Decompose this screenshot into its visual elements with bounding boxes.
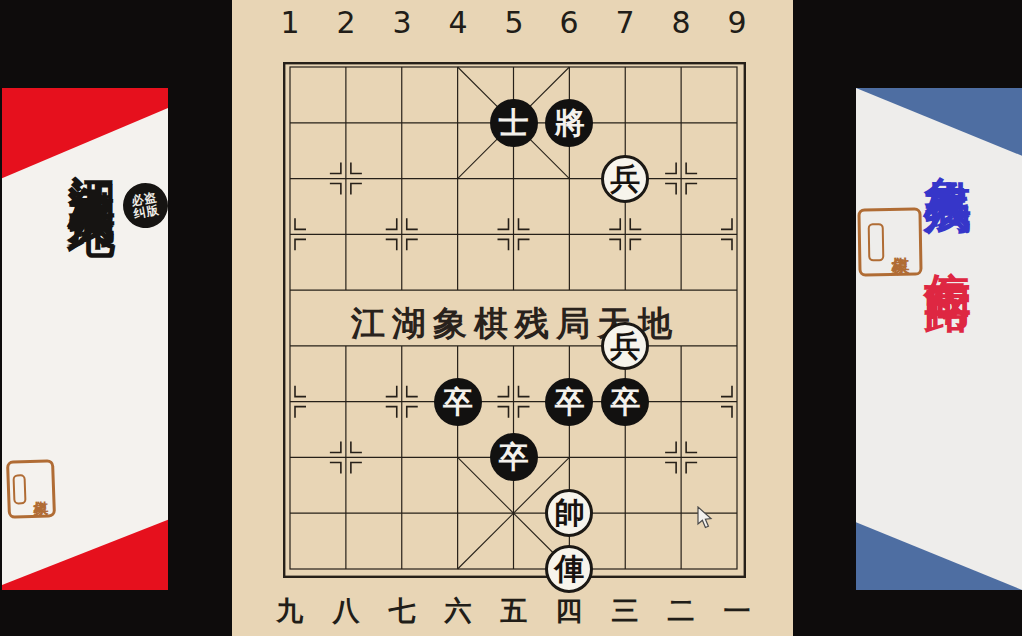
seal-text-line: 纠版 bbox=[133, 203, 161, 220]
right-banner: 象棋残局 停车问路 象棋 bbox=[856, 88, 1022, 590]
top-file-label: 9 bbox=[727, 5, 746, 40]
xiangqi-board[interactable]: 江湖象棋残局天地 士將兵兵卒卒卒卒帥俥 bbox=[283, 62, 746, 578]
black-general-piece[interactable]: 將 bbox=[545, 99, 593, 147]
right-banner-title: 象棋残局 停车问路 bbox=[917, 138, 980, 254]
bottom-file-label: 八 bbox=[333, 593, 360, 629]
seal-piece-icon bbox=[12, 474, 26, 504]
bottom-file-label: 三 bbox=[612, 593, 639, 629]
top-file-label: 5 bbox=[504, 5, 523, 40]
black-soldier-piece[interactable]: 卒 bbox=[545, 378, 593, 426]
bottom-file-label: 一 bbox=[724, 593, 751, 629]
seal-piece-icon bbox=[868, 223, 885, 261]
top-file-label: 8 bbox=[671, 5, 690, 40]
top-file-label: 2 bbox=[336, 5, 355, 40]
black-advisor-piece[interactable]: 士 bbox=[490, 99, 538, 147]
bottom-file-label: 四 bbox=[556, 593, 583, 629]
file-numbers-bottom: 九 八 七 六 五 四 三 二 一 bbox=[290, 593, 738, 627]
black-soldier-piece[interactable]: 卒 bbox=[601, 378, 649, 426]
black-soldier-piece[interactable]: 卒 bbox=[490, 433, 538, 481]
board-panel: 1 2 3 4 5 6 7 8 9 江湖象棋残局天地 士將兵兵卒卒卒卒帥俥 九 … bbox=[232, 0, 793, 636]
top-file-label: 7 bbox=[615, 5, 634, 40]
seal-text: 象棋 bbox=[30, 488, 49, 489]
black-soldier-piece[interactable]: 卒 bbox=[434, 378, 482, 426]
red-chariot-piece[interactable]: 俥 bbox=[545, 545, 593, 593]
left-banner: 江湖象棋残局天地 必盗 纠版 象棋 bbox=[2, 88, 168, 590]
red-soldier-piece[interactable]: 兵 bbox=[601, 322, 649, 370]
xiangqi-stamp-seal: 象棋 bbox=[857, 207, 922, 276]
bottom-file-label: 九 bbox=[277, 593, 304, 629]
top-file-label: 1 bbox=[280, 5, 299, 40]
mouse-cursor bbox=[697, 506, 715, 532]
video-frame: 江湖象棋残局天地 必盗 纠版 象棋 1 2 3 4 5 6 7 8 9 江湖象棋… bbox=[0, 0, 1022, 636]
bottom-file-label: 五 bbox=[501, 593, 528, 629]
bottom-file-label: 七 bbox=[389, 593, 416, 629]
left-banner-title: 江湖象棋残局天地 bbox=[61, 138, 124, 178]
series-title: 象棋残局 bbox=[921, 138, 976, 158]
puzzle-title: 停车问路 bbox=[921, 234, 976, 254]
xiangqi-stamp-seal: 象棋 bbox=[6, 459, 56, 519]
top-file-label: 6 bbox=[559, 5, 578, 40]
file-numbers-top: 1 2 3 4 5 6 7 8 9 bbox=[290, 5, 738, 39]
bottom-file-label: 六 bbox=[445, 593, 472, 629]
bottom-file-label: 二 bbox=[668, 593, 695, 629]
red-soldier-piece[interactable]: 兵 bbox=[601, 155, 649, 203]
top-file-label: 3 bbox=[392, 5, 411, 40]
top-file-label: 4 bbox=[448, 5, 467, 40]
anti-piracy-seal: 必盗 纠版 bbox=[119, 179, 171, 231]
